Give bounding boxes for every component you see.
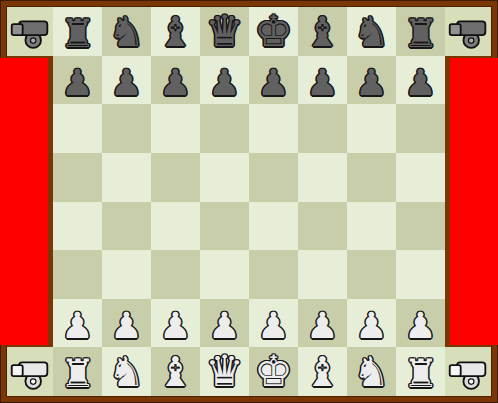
square-f3[interactable] — [298, 250, 347, 299]
black-pawn[interactable]: ♟ — [208, 65, 240, 104]
square-c1[interactable]: ♝ — [151, 347, 200, 396]
black-cannon-piece[interactable] — [8, 10, 52, 52]
square-f6[interactable] — [298, 104, 347, 153]
square-h7[interactable]: ♟ — [396, 56, 445, 105]
square-a8[interactable]: ♜ — [53, 7, 102, 56]
white-cannon-piece[interactable] — [446, 351, 490, 393]
black-pawn[interactable]: ♟ — [257, 65, 289, 104]
white-pawn[interactable]: ♟ — [110, 308, 142, 347]
square-e7[interactable]: ♟ — [249, 56, 298, 105]
white-pawn[interactable]: ♟ — [306, 308, 338, 347]
black-pawn[interactable]: ♟ — [61, 65, 93, 104]
square-g1[interactable]: ♞ — [347, 347, 396, 396]
square-f7[interactable]: ♟ — [298, 56, 347, 105]
white-pawn[interactable]: ♟ — [159, 308, 191, 347]
square-e8[interactable]: ♚ — [249, 7, 298, 56]
black-knight[interactable]: ♞ — [353, 12, 390, 56]
square-f8[interactable]: ♝ — [298, 7, 347, 56]
square-g5[interactable] — [347, 153, 396, 202]
white-king[interactable]: ♚ — [254, 350, 293, 396]
square-c6[interactable] — [151, 104, 200, 153]
black-pawn[interactable]: ♟ — [355, 65, 387, 104]
black-pawn[interactable]: ♟ — [306, 65, 338, 104]
white-bishop[interactable]: ♝ — [304, 352, 341, 396]
white-queen[interactable]: ♛ — [205, 350, 244, 396]
square-h2[interactable]: ♟ — [396, 299, 445, 348]
square-g3[interactable] — [347, 250, 396, 299]
square-h5[interactable] — [396, 153, 445, 202]
square-f5[interactable] — [298, 153, 347, 202]
square-a6[interactable] — [53, 104, 102, 153]
square-d4[interactable] — [200, 202, 249, 251]
square-h3[interactable] — [396, 250, 445, 299]
square-b3[interactable] — [102, 250, 151, 299]
square-d8[interactable]: ♛ — [200, 7, 249, 56]
white-knight[interactable]: ♞ — [108, 352, 145, 396]
square-a5[interactable] — [53, 153, 102, 202]
cannon-pocket-top-left[interactable] — [7, 7, 53, 56]
square-g4[interactable] — [347, 202, 396, 251]
black-pawn[interactable]: ♟ — [159, 65, 191, 104]
black-queen[interactable]: ♛ — [205, 10, 244, 56]
square-e2[interactable]: ♟ — [249, 299, 298, 348]
white-pawn[interactable]: ♟ — [257, 308, 289, 347]
cannon-pocket-top-right[interactable] — [445, 7, 491, 56]
white-cannon-piece[interactable] — [8, 351, 52, 393]
black-pawn[interactable]: ♟ — [110, 65, 142, 104]
square-d7[interactable]: ♟ — [200, 56, 249, 105]
square-h8[interactable]: ♜ — [396, 7, 445, 56]
black-knight[interactable]: ♞ — [108, 12, 145, 56]
square-c3[interactable] — [151, 250, 200, 299]
square-c5[interactable] — [151, 153, 200, 202]
white-pawn[interactable]: ♟ — [61, 308, 93, 347]
square-c2[interactable]: ♟ — [151, 299, 200, 348]
black-bishop[interactable]: ♝ — [304, 12, 341, 56]
black-bishop[interactable]: ♝ — [157, 12, 194, 56]
left-red-side-bar — [0, 58, 48, 345]
square-a3[interactable] — [53, 250, 102, 299]
square-a1[interactable]: ♜ — [53, 347, 102, 396]
right-red-side-bar — [450, 58, 498, 345]
square-d6[interactable] — [200, 104, 249, 153]
square-g6[interactable] — [347, 104, 396, 153]
square-e4[interactable] — [249, 202, 298, 251]
chess-board-window: ♜♞♝♛♚♝♞♜♟♟♟♟♟♟♟♟♟♟♟♟♟♟♟♟♜♞♝♛♚♝♞♜ — [0, 0, 498, 403]
square-f2[interactable]: ♟ — [298, 299, 347, 348]
black-cannon-piece[interactable] — [446, 10, 490, 52]
square-f1[interactable]: ♝ — [298, 347, 347, 396]
black-rook[interactable]: ♜ — [403, 14, 438, 56]
square-f4[interactable] — [298, 202, 347, 251]
square-c7[interactable]: ♟ — [151, 56, 200, 105]
square-b7[interactable]: ♟ — [102, 56, 151, 105]
square-a4[interactable] — [53, 202, 102, 251]
square-e3[interactable] — [249, 250, 298, 299]
white-rook[interactable]: ♜ — [60, 354, 95, 396]
square-d1[interactable]: ♛ — [200, 347, 249, 396]
square-e5[interactable] — [249, 153, 298, 202]
square-g7[interactable]: ♟ — [347, 56, 396, 105]
square-d5[interactable] — [200, 153, 249, 202]
black-rook[interactable]: ♜ — [60, 14, 95, 56]
square-h6[interactable] — [396, 104, 445, 153]
white-pawn[interactable]: ♟ — [355, 308, 387, 347]
square-b1[interactable]: ♞ — [102, 347, 151, 396]
square-h1[interactable]: ♜ — [396, 347, 445, 396]
white-bishop[interactable]: ♝ — [157, 352, 194, 396]
square-e1[interactable]: ♚ — [249, 347, 298, 396]
square-c8[interactable]: ♝ — [151, 7, 200, 56]
cannon-pocket-bottom-left[interactable] — [7, 347, 53, 396]
square-b8[interactable]: ♞ — [102, 7, 151, 56]
square-g2[interactable]: ♟ — [347, 299, 396, 348]
square-b2[interactable]: ♟ — [102, 299, 151, 348]
black-pawn[interactable]: ♟ — [404, 65, 436, 104]
white-pawn[interactable]: ♟ — [208, 308, 240, 347]
square-g8[interactable]: ♞ — [347, 7, 396, 56]
board-grid: ♜♞♝♛♚♝♞♜♟♟♟♟♟♟♟♟♟♟♟♟♟♟♟♟♜♞♝♛♚♝♞♜ — [7, 7, 491, 396]
square-a2[interactable]: ♟ — [53, 299, 102, 348]
white-knight[interactable]: ♞ — [353, 352, 390, 396]
square-a7[interactable]: ♟ — [53, 56, 102, 105]
black-king[interactable]: ♚ — [254, 10, 293, 56]
square-c4[interactable] — [151, 202, 200, 251]
square-b6[interactable] — [102, 104, 151, 153]
square-d2[interactable]: ♟ — [200, 299, 249, 348]
square-e6[interactable] — [249, 104, 298, 153]
white-rook[interactable]: ♜ — [403, 354, 438, 396]
cannon-pocket-bottom-right[interactable] — [445, 347, 491, 396]
square-d3[interactable] — [200, 250, 249, 299]
square-b5[interactable] — [102, 153, 151, 202]
square-h4[interactable] — [396, 202, 445, 251]
white-pawn[interactable]: ♟ — [404, 308, 436, 347]
square-b4[interactable] — [102, 202, 151, 251]
